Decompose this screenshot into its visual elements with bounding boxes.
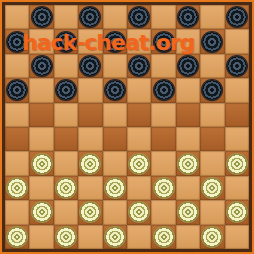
light-square: [5, 5, 29, 29]
white-piece[interactable]: [80, 202, 100, 222]
square-7[interactable]: [54, 29, 78, 53]
square-14[interactable]: [176, 54, 200, 78]
square-46[interactable]: [5, 225, 29, 249]
light-square: [225, 225, 249, 249]
black-piece[interactable]: [178, 7, 198, 27]
light-square: [151, 54, 175, 78]
light-square: [5, 200, 29, 224]
light-square: [54, 151, 78, 175]
square-24[interactable]: [176, 103, 200, 127]
light-square: [54, 200, 78, 224]
light-square: [127, 176, 151, 200]
light-square: [103, 200, 127, 224]
square-40[interactable]: [200, 176, 224, 200]
square-42[interactable]: [78, 200, 102, 224]
black-piece[interactable]: [56, 32, 76, 52]
light-square: [225, 127, 249, 151]
light-square: [5, 54, 29, 78]
light-square: [5, 103, 29, 127]
light-square: [176, 29, 200, 53]
black-piece[interactable]: [32, 7, 52, 27]
black-piece[interactable]: [105, 32, 125, 52]
light-square: [127, 78, 151, 102]
light-square: [78, 29, 102, 53]
square-12[interactable]: [78, 54, 102, 78]
white-piece[interactable]: [7, 178, 27, 198]
light-square: [200, 151, 224, 175]
square-29[interactable]: [151, 127, 175, 151]
light-square: [78, 225, 102, 249]
black-piece[interactable]: [32, 56, 52, 76]
square-30[interactable]: [200, 127, 224, 151]
light-square: [103, 54, 127, 78]
square-48[interactable]: [103, 225, 127, 249]
light-square: [127, 29, 151, 53]
board-border: [2, 2, 252, 252]
square-44[interactable]: [176, 200, 200, 224]
square-32[interactable]: [78, 151, 102, 175]
light-square: [176, 176, 200, 200]
checkers-board: [5, 5, 249, 249]
light-square: [176, 127, 200, 151]
square-38[interactable]: [103, 176, 127, 200]
light-square: [54, 103, 78, 127]
square-22[interactable]: [78, 103, 102, 127]
white-piece[interactable]: [154, 227, 174, 247]
square-5[interactable]: [225, 5, 249, 29]
white-piece[interactable]: [32, 202, 52, 222]
square-3[interactable]: [127, 5, 151, 29]
white-piece[interactable]: [202, 178, 222, 198]
square-8[interactable]: [103, 29, 127, 53]
square-47[interactable]: [54, 225, 78, 249]
white-piece[interactable]: [227, 154, 247, 174]
square-4[interactable]: [176, 5, 200, 29]
square-17[interactable]: [54, 78, 78, 102]
black-piece[interactable]: [202, 32, 222, 52]
square-27[interactable]: [54, 127, 78, 151]
light-square: [29, 29, 53, 53]
square-11[interactable]: [29, 54, 53, 78]
light-square: [103, 5, 127, 29]
black-piece[interactable]: [80, 56, 100, 76]
white-piece[interactable]: [178, 154, 198, 174]
white-piece[interactable]: [202, 227, 222, 247]
light-square: [29, 127, 53, 151]
square-43[interactable]: [127, 200, 151, 224]
light-square: [176, 225, 200, 249]
light-square: [54, 5, 78, 29]
square-34[interactable]: [176, 151, 200, 175]
white-piece[interactable]: [56, 178, 76, 198]
light-square: [176, 78, 200, 102]
square-28[interactable]: [103, 127, 127, 151]
black-piece[interactable]: [227, 7, 247, 27]
square-13[interactable]: [127, 54, 151, 78]
black-piece[interactable]: [80, 7, 100, 27]
light-square: [200, 5, 224, 29]
square-19[interactable]: [151, 78, 175, 102]
square-9[interactable]: [151, 29, 175, 53]
light-square: [200, 103, 224, 127]
light-square: [78, 78, 102, 102]
black-piece[interactable]: [154, 80, 174, 100]
square-37[interactable]: [54, 176, 78, 200]
black-piece[interactable]: [227, 56, 247, 76]
square-31[interactable]: [29, 151, 53, 175]
light-square: [29, 225, 53, 249]
light-square: [225, 78, 249, 102]
square-20[interactable]: [200, 78, 224, 102]
square-1[interactable]: [29, 5, 53, 29]
black-piece[interactable]: [7, 32, 27, 52]
white-piece[interactable]: [56, 227, 76, 247]
white-piece[interactable]: [129, 202, 149, 222]
white-piece[interactable]: [105, 178, 125, 198]
square-45[interactable]: [225, 200, 249, 224]
light-square: [103, 103, 127, 127]
light-square: [78, 127, 102, 151]
light-square: [54, 54, 78, 78]
square-33[interactable]: [127, 151, 151, 175]
white-piece[interactable]: [105, 227, 125, 247]
square-16[interactable]: [5, 78, 29, 102]
square-25[interactable]: [225, 103, 249, 127]
black-piece[interactable]: [105, 80, 125, 100]
white-piece[interactable]: [7, 227, 27, 247]
square-49[interactable]: [151, 225, 175, 249]
square-26[interactable]: [5, 127, 29, 151]
light-square: [200, 200, 224, 224]
square-36[interactable]: [5, 176, 29, 200]
square-2[interactable]: [78, 5, 102, 29]
black-piece[interactable]: [129, 7, 149, 27]
square-35[interactable]: [225, 151, 249, 175]
black-piece[interactable]: [129, 56, 149, 76]
light-square: [103, 151, 127, 175]
light-square: [151, 5, 175, 29]
black-piece[interactable]: [154, 32, 174, 52]
square-50[interactable]: [200, 225, 224, 249]
light-square: [151, 151, 175, 175]
light-square: [151, 103, 175, 127]
square-41[interactable]: [29, 200, 53, 224]
white-piece[interactable]: [129, 154, 149, 174]
square-21[interactable]: [29, 103, 53, 127]
white-piece[interactable]: [227, 202, 247, 222]
white-piece[interactable]: [32, 154, 52, 174]
light-square: [78, 176, 102, 200]
square-39[interactable]: [151, 176, 175, 200]
white-piece[interactable]: [178, 202, 198, 222]
square-15[interactable]: [225, 54, 249, 78]
light-square: [225, 176, 249, 200]
light-square: [29, 176, 53, 200]
square-23[interactable]: [127, 103, 151, 127]
light-square: [127, 225, 151, 249]
light-square: [151, 200, 175, 224]
square-6[interactable]: [5, 29, 29, 53]
light-square: [127, 127, 151, 151]
light-square: [200, 54, 224, 78]
white-piece[interactable]: [80, 154, 100, 174]
square-18[interactable]: [103, 78, 127, 102]
black-piece[interactable]: [178, 56, 198, 76]
square-10[interactable]: [200, 29, 224, 53]
black-piece[interactable]: [56, 80, 76, 100]
black-piece[interactable]: [7, 80, 27, 100]
light-square: [225, 29, 249, 53]
board-frame: hack-cheat.org: [0, 0, 254, 254]
black-piece[interactable]: [202, 80, 222, 100]
light-square: [5, 151, 29, 175]
white-piece[interactable]: [154, 178, 174, 198]
light-square: [29, 78, 53, 102]
